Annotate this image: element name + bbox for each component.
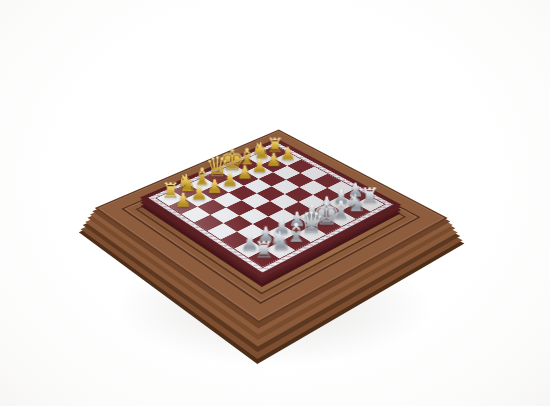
gold-pawn-glyph: ♟	[251, 157, 267, 175]
gold-pawn-glyph: ♟	[191, 184, 208, 203]
chess-set-photo: ♜♞♝♛♚♝♞♜♟♟♟♟♟♟♟♟♟♟♟♟♟♟♟♟♜♞♝♛♚♝♞♜	[0, 0, 550, 406]
gold-pawn-glyph: ♟	[266, 151, 282, 169]
gold-pawn-glyph: ♟	[236, 164, 253, 183]
gold-pawn-glyph: ♟	[221, 170, 238, 189]
gold-pawn-glyph: ♟	[280, 145, 296, 163]
silver-rook-glyph: ♜	[254, 239, 275, 262]
gold-pawn-glyph: ♟	[206, 177, 223, 196]
gold-pawn-glyph: ♟	[175, 191, 192, 210]
